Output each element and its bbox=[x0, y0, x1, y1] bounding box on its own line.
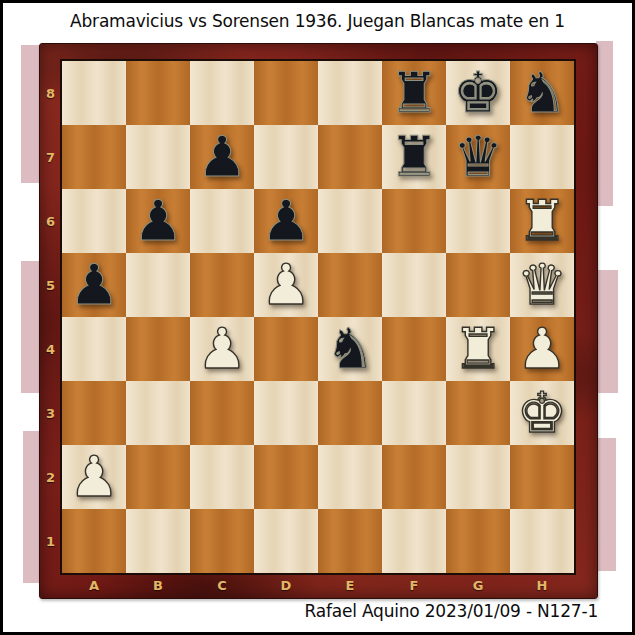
square-b2[interactable] bbox=[126, 445, 190, 509]
black-pawn: ♟ bbox=[261, 191, 311, 251]
square-d7[interactable] bbox=[254, 125, 318, 189]
square-b1[interactable] bbox=[126, 509, 190, 573]
square-g5[interactable] bbox=[446, 253, 510, 317]
square-d3[interactable] bbox=[254, 381, 318, 445]
pink-stripe-right-3 bbox=[596, 438, 616, 571]
square-e5[interactable] bbox=[318, 253, 382, 317]
square-b7[interactable] bbox=[126, 125, 190, 189]
square-c1[interactable] bbox=[190, 509, 254, 573]
square-d8[interactable] bbox=[254, 61, 318, 125]
file-label-h: H bbox=[510, 576, 574, 596]
square-h6[interactable]: ♜ bbox=[510, 189, 574, 253]
square-d2[interactable] bbox=[254, 445, 318, 509]
rank-label-4: 4 bbox=[43, 317, 58, 381]
square-h2[interactable] bbox=[510, 445, 574, 509]
white-rook: ♜ bbox=[517, 191, 567, 251]
square-e8[interactable] bbox=[318, 61, 382, 125]
square-f7[interactable]: ♜ bbox=[382, 125, 446, 189]
square-c5[interactable] bbox=[190, 253, 254, 317]
black-rook: ♜ bbox=[389, 63, 439, 123]
square-a3[interactable] bbox=[62, 381, 126, 445]
white-pawn: ♟ bbox=[261, 255, 311, 315]
square-e2[interactable] bbox=[318, 445, 382, 509]
square-f5[interactable] bbox=[382, 253, 446, 317]
square-g7[interactable]: ♛ bbox=[446, 125, 510, 189]
square-g1[interactable] bbox=[446, 509, 510, 573]
black-king: ♚ bbox=[453, 63, 503, 123]
square-c8[interactable] bbox=[190, 61, 254, 125]
white-pawn: ♟ bbox=[69, 447, 119, 507]
file-label-d: D bbox=[254, 576, 318, 596]
square-a1[interactable] bbox=[62, 509, 126, 573]
black-pawn: ♟ bbox=[197, 127, 247, 187]
square-d1[interactable] bbox=[254, 509, 318, 573]
square-a4[interactable] bbox=[62, 317, 126, 381]
file-label-a: A bbox=[62, 576, 126, 596]
square-c3[interactable] bbox=[190, 381, 254, 445]
rank-label-2: 2 bbox=[43, 445, 58, 509]
square-c7[interactable]: ♟ bbox=[190, 125, 254, 189]
white-king: ♚ bbox=[517, 383, 567, 443]
square-b3[interactable] bbox=[126, 381, 190, 445]
square-f3[interactable] bbox=[382, 381, 446, 445]
square-h3[interactable]: ♚ bbox=[510, 381, 574, 445]
square-b8[interactable] bbox=[126, 61, 190, 125]
square-f8[interactable]: ♜ bbox=[382, 61, 446, 125]
square-h4[interactable]: ♟ bbox=[510, 317, 574, 381]
page: Abramavicius vs Sorensen 1936. Juegan Bl… bbox=[0, 0, 635, 635]
square-e1[interactable] bbox=[318, 509, 382, 573]
black-knight: ♞ bbox=[325, 319, 375, 379]
file-label-e: E bbox=[318, 576, 382, 596]
square-h8[interactable]: ♞ bbox=[510, 61, 574, 125]
square-d6[interactable]: ♟ bbox=[254, 189, 318, 253]
square-e6[interactable] bbox=[318, 189, 382, 253]
square-a2[interactable]: ♟ bbox=[62, 445, 126, 509]
file-label-b: B bbox=[126, 576, 190, 596]
black-pawn: ♟ bbox=[69, 255, 119, 315]
square-f1[interactable] bbox=[382, 509, 446, 573]
black-rook: ♜ bbox=[389, 127, 439, 187]
square-a5[interactable]: ♟ bbox=[62, 253, 126, 317]
square-c6[interactable] bbox=[190, 189, 254, 253]
square-e3[interactable] bbox=[318, 381, 382, 445]
square-g6[interactable] bbox=[446, 189, 510, 253]
square-a6[interactable] bbox=[62, 189, 126, 253]
page-title: Abramavicius vs Sorensen 1936. Juegan Bl… bbox=[3, 11, 632, 31]
square-h1[interactable] bbox=[510, 509, 574, 573]
white-pawn: ♟ bbox=[517, 319, 567, 379]
rank-label-8: 8 bbox=[43, 61, 58, 125]
square-h7[interactable] bbox=[510, 125, 574, 189]
square-c4[interactable]: ♟ bbox=[190, 317, 254, 381]
square-a8[interactable] bbox=[62, 61, 126, 125]
white-pawn: ♟ bbox=[197, 319, 247, 379]
rank-label-6: 6 bbox=[43, 189, 58, 253]
square-g2[interactable] bbox=[446, 445, 510, 509]
square-e4[interactable]: ♞ bbox=[318, 317, 382, 381]
credit-text: Rafael Aquino 2023/01/09 - N127-1 bbox=[305, 601, 598, 621]
square-f6[interactable] bbox=[382, 189, 446, 253]
black-queen: ♛ bbox=[453, 127, 503, 187]
rank-label-3: 3 bbox=[43, 381, 58, 445]
white-rook: ♜ bbox=[453, 319, 503, 379]
square-g4[interactable]: ♜ bbox=[446, 317, 510, 381]
square-a7[interactable] bbox=[62, 125, 126, 189]
square-d4[interactable] bbox=[254, 317, 318, 381]
rank-label-1: 1 bbox=[43, 509, 58, 573]
square-f4[interactable] bbox=[382, 317, 446, 381]
square-g8[interactable]: ♚ bbox=[446, 61, 510, 125]
rank-label-7: 7 bbox=[43, 125, 58, 189]
square-b6[interactable]: ♟ bbox=[126, 189, 190, 253]
file-label-c: C bbox=[190, 576, 254, 596]
file-label-f: F bbox=[382, 576, 446, 596]
chess-board: ♜♚♞♟♜♛♟♟♜♟♟♛♟♞♜♟♚♟ bbox=[60, 59, 576, 575]
black-knight: ♞ bbox=[517, 63, 567, 123]
square-g3[interactable] bbox=[446, 381, 510, 445]
rank-label-5: 5 bbox=[43, 253, 58, 317]
square-c2[interactable] bbox=[190, 445, 254, 509]
black-pawn: ♟ bbox=[133, 191, 183, 251]
chess-board-frame: 87654321 ABCDEFGH ♜♚♞♟♜♛♟♟♜♟♟♛♟♞♜♟♚♟ bbox=[39, 43, 598, 599]
square-f2[interactable] bbox=[382, 445, 446, 509]
white-queen: ♛ bbox=[517, 255, 567, 315]
square-e7[interactable] bbox=[318, 125, 382, 189]
square-b5[interactable] bbox=[126, 253, 190, 317]
square-d5[interactable]: ♟ bbox=[254, 253, 318, 317]
square-b4[interactable] bbox=[126, 317, 190, 381]
pink-stripe-right-2 bbox=[596, 270, 618, 393]
file-label-g: G bbox=[446, 576, 510, 596]
square-h5[interactable]: ♛ bbox=[510, 253, 574, 317]
pink-stripe-right-1 bbox=[596, 41, 613, 206]
